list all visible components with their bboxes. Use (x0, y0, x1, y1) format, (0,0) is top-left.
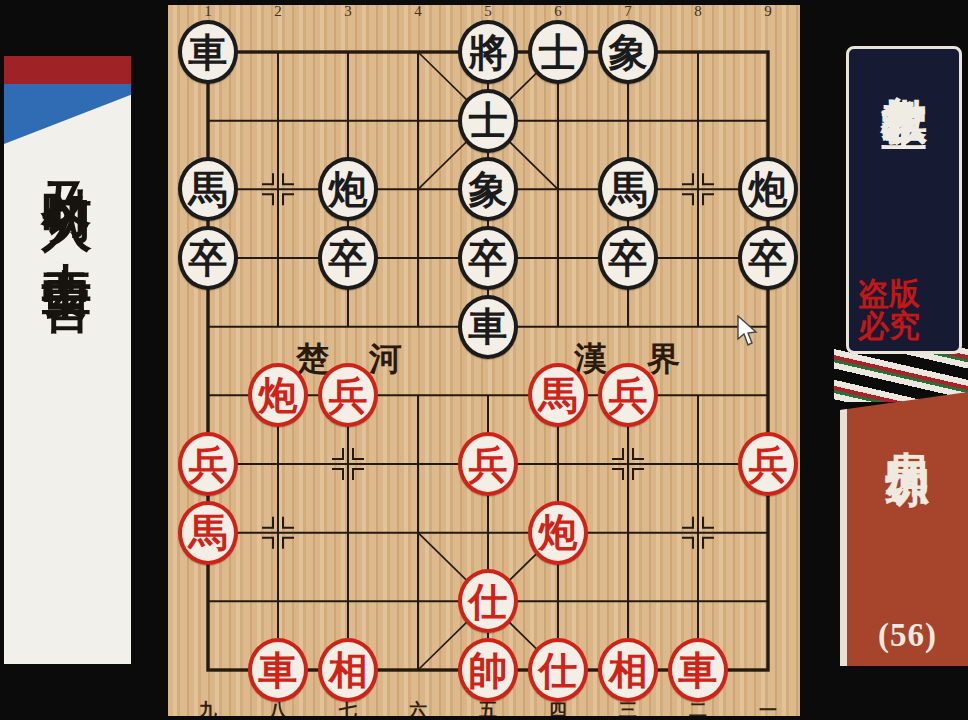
piece-black-pawn[interactable]: 卒 (738, 226, 798, 290)
file-label-top-8: 8 (687, 3, 709, 20)
piece-red-rook[interactable]: 車 (668, 638, 728, 702)
piece-red-advisor[interactable]: 仕 (458, 569, 518, 633)
channel-title: 象棋教室 (873, 59, 935, 67)
piece-black-rook[interactable]: 車 (178, 20, 238, 84)
left-banner-blue-stripe (4, 84, 131, 144)
file-label-top-5: 5 (477, 3, 499, 20)
piece-black-cannon[interactable]: 炮 (738, 157, 798, 221)
piece-red-rook[interactable]: 車 (248, 638, 308, 702)
piece-black-elephant[interactable]: 象 (458, 157, 518, 221)
right-top-banner: 象棋教室 盗版 必究 (846, 46, 962, 354)
video-frame: 及时切入 击中要害 楚河 漢界 123456789九八七六五四三二一車將士象士馬… (0, 0, 968, 720)
piece-black-pawn[interactable]: 卒 (178, 226, 238, 290)
mouse-cursor-icon (737, 315, 759, 351)
file-label-top-1: 1 (197, 3, 219, 20)
piece-black-pawn[interactable]: 卒 (318, 226, 378, 290)
piece-black-pawn[interactable]: 卒 (458, 226, 518, 290)
file-label-top-3: 3 (337, 3, 359, 20)
xiangqi-board[interactable]: 楚河 漢界 123456789九八七六五四三二一車將士象士馬炮象馬炮卒卒卒卒卒車… (168, 0, 800, 720)
right-bottom-banner: 中局训练 (56) (840, 388, 968, 666)
file-label-top-4: 4 (407, 3, 429, 20)
piece-black-advisor[interactable]: 士 (528, 20, 588, 84)
file-label-top-6: 6 (547, 3, 569, 20)
piece-red-pawn[interactable]: 兵 (738, 432, 798, 496)
left-slogan-banner: 及时切入 击中要害 (4, 56, 131, 664)
piece-red-pawn[interactable]: 兵 (318, 363, 378, 427)
letterbox-bar-bottom (0, 716, 968, 720)
letterbox-bar-top (0, 0, 968, 5)
piracy-warning-line2: 必究 (849, 310, 959, 343)
file-label-top-9: 9 (757, 3, 779, 20)
piece-red-horse[interactable]: 馬 (528, 363, 588, 427)
lesson-title: 中局训练 (878, 416, 937, 432)
piece-black-cannon[interactable]: 炮 (318, 157, 378, 221)
lesson-number: (56) (847, 617, 968, 654)
piece-red-elephant[interactable]: 相 (598, 638, 658, 702)
piece-red-cannon[interactable]: 炮 (248, 363, 308, 427)
left-banner-red-stripe (4, 56, 131, 84)
piece-black-king[interactable]: 將 (458, 20, 518, 84)
piece-red-king[interactable]: 帥 (458, 638, 518, 702)
piece-black-rook[interactable]: 車 (458, 295, 518, 359)
left-banner-slogan: 及时切入 击中要害 (34, 142, 101, 246)
piece-black-advisor[interactable]: 士 (458, 89, 518, 153)
piece-red-pawn[interactable]: 兵 (598, 363, 658, 427)
piece-black-horse[interactable]: 馬 (178, 157, 238, 221)
piece-red-horse[interactable]: 馬 (178, 501, 238, 565)
piece-black-horse[interactable]: 馬 (598, 157, 658, 221)
piece-red-elephant[interactable]: 相 (318, 638, 378, 702)
diagonal-stripes-divider (834, 346, 968, 402)
piece-red-pawn[interactable]: 兵 (178, 432, 238, 496)
file-label-top-2: 2 (267, 3, 289, 20)
piece-red-cannon[interactable]: 炮 (528, 501, 588, 565)
piece-black-elephant[interactable]: 象 (598, 20, 658, 84)
piece-red-pawn[interactable]: 兵 (458, 432, 518, 496)
piracy-warning-line1: 盗版 (849, 278, 959, 311)
piece-black-pawn[interactable]: 卒 (598, 226, 658, 290)
file-label-top-7: 7 (617, 3, 639, 20)
piracy-warning: 盗版 必究 (849, 278, 959, 343)
piece-red-advisor[interactable]: 仕 (528, 638, 588, 702)
